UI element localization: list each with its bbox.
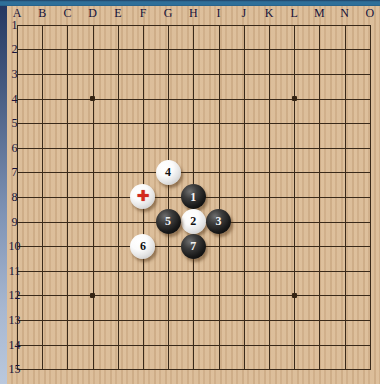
window-top-border bbox=[0, 0, 380, 6]
go-app-window: ABCDEFGHIJKLMNO 123456789101112131415 12… bbox=[0, 0, 380, 384]
stone-black-7-H10[interactable]: 7 bbox=[181, 234, 206, 259]
stone-black-3-I9[interactable]: 3 bbox=[206, 209, 231, 234]
stone-number: 7 bbox=[190, 240, 196, 252]
stone-black-5-G9[interactable]: 5 bbox=[156, 209, 181, 234]
window-left-border bbox=[0, 0, 7, 384]
stone-number: 1 bbox=[190, 191, 196, 203]
stone-white-marked-F8[interactable]: ✚ bbox=[130, 184, 155, 209]
stone-number: 6 bbox=[140, 240, 146, 252]
stone-number: 2 bbox=[190, 215, 196, 227]
stone-white-6-F10[interactable]: 6 bbox=[130, 234, 155, 259]
goban[interactable]: ABCDEFGHIJKLMNO 123456789101112131415 12… bbox=[0, 0, 380, 384]
stone-white-4-G7[interactable]: 4 bbox=[156, 160, 181, 185]
stone-number: 5 bbox=[165, 215, 171, 227]
stone-black-1-H8[interactable]: 1 bbox=[181, 184, 206, 209]
stone-white-2-H9[interactable]: 2 bbox=[181, 209, 206, 234]
stone-number: 4 bbox=[165, 166, 171, 178]
red-cross-mark-icon: ✚ bbox=[137, 189, 150, 204]
stones-layer: 1234567✚ bbox=[4, 12, 380, 381]
stone-number: 3 bbox=[215, 215, 221, 227]
